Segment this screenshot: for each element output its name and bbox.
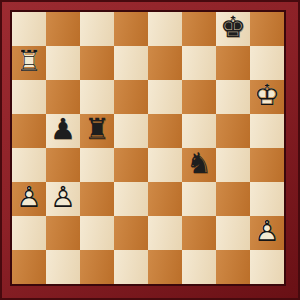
square-f2[interactable]: [182, 216, 216, 250]
square-c5[interactable]: ♜: [80, 114, 114, 148]
square-e7[interactable]: [148, 46, 182, 80]
square-f7[interactable]: [182, 46, 216, 80]
square-b7[interactable]: [46, 46, 80, 80]
square-c1[interactable]: [80, 250, 114, 284]
white-pawn-glyph-outline: ♙: [254, 217, 280, 246]
square-a1[interactable]: [12, 250, 46, 284]
square-b4[interactable]: [46, 148, 80, 182]
square-h2[interactable]: ♟♙: [250, 216, 284, 250]
white-rook[interactable]: ♜♖: [12, 46, 46, 80]
square-c3[interactable]: [80, 182, 114, 216]
white-king[interactable]: ♚♔: [250, 80, 284, 114]
square-h6[interactable]: ♚♔: [250, 80, 284, 114]
black-knight-glyph-fill: ♞: [186, 149, 212, 178]
square-d5[interactable]: [114, 114, 148, 148]
square-e8[interactable]: [148, 12, 182, 46]
square-e5[interactable]: [148, 114, 182, 148]
square-a8[interactable]: [12, 12, 46, 46]
square-g6[interactable]: [216, 80, 250, 114]
square-b8[interactable]: [46, 12, 80, 46]
square-f4[interactable]: ♞: [182, 148, 216, 182]
square-e3[interactable]: [148, 182, 182, 216]
white-pawn[interactable]: ♟♙: [46, 182, 80, 216]
square-c7[interactable]: [80, 46, 114, 80]
square-b6[interactable]: [46, 80, 80, 114]
square-g8[interactable]: ♚: [216, 12, 250, 46]
square-a5[interactable]: [12, 114, 46, 148]
square-e2[interactable]: [148, 216, 182, 250]
square-h3[interactable]: [250, 182, 284, 216]
square-h1[interactable]: [250, 250, 284, 284]
square-d1[interactable]: [114, 250, 148, 284]
square-e4[interactable]: [148, 148, 182, 182]
square-f3[interactable]: [182, 182, 216, 216]
square-g7[interactable]: [216, 46, 250, 80]
square-c8[interactable]: [80, 12, 114, 46]
chess-board: ♚♜♖♚♔♟♜♞♟♙♟♙♟♙: [10, 10, 286, 286]
square-a7[interactable]: ♜♖: [12, 46, 46, 80]
black-pawn[interactable]: ♟: [46, 114, 80, 148]
white-pawn-glyph-outline: ♙: [50, 183, 76, 212]
square-d6[interactable]: [114, 80, 148, 114]
square-d2[interactable]: [114, 216, 148, 250]
white-pawn[interactable]: ♟♙: [250, 216, 284, 250]
square-d3[interactable]: [114, 182, 148, 216]
square-d7[interactable]: [114, 46, 148, 80]
square-c4[interactable]: [80, 148, 114, 182]
square-g2[interactable]: [216, 216, 250, 250]
white-rook-glyph-outline: ♖: [16, 47, 42, 76]
square-h5[interactable]: [250, 114, 284, 148]
square-e1[interactable]: [148, 250, 182, 284]
square-b2[interactable]: [46, 216, 80, 250]
square-b1[interactable]: [46, 250, 80, 284]
black-knight[interactable]: ♞: [182, 148, 216, 182]
square-a3[interactable]: ♟♙: [12, 182, 46, 216]
square-h8[interactable]: [250, 12, 284, 46]
square-f1[interactable]: [182, 250, 216, 284]
white-pawn[interactable]: ♟♙: [12, 182, 46, 216]
square-c2[interactable]: [80, 216, 114, 250]
square-a2[interactable]: [12, 216, 46, 250]
square-b5[interactable]: ♟: [46, 114, 80, 148]
square-a6[interactable]: [12, 80, 46, 114]
white-king-glyph-outline: ♔: [254, 81, 280, 110]
square-h7[interactable]: [250, 46, 284, 80]
square-f8[interactable]: [182, 12, 216, 46]
board-frame: ♚♜♖♚♔♟♜♞♟♙♟♙♟♙: [0, 0, 300, 300]
square-d8[interactable]: [114, 12, 148, 46]
square-g3[interactable]: [216, 182, 250, 216]
white-pawn-glyph-outline: ♙: [16, 183, 42, 212]
square-g4[interactable]: [216, 148, 250, 182]
black-rook-glyph-fill: ♜: [84, 115, 110, 144]
square-d4[interactable]: [114, 148, 148, 182]
square-g1[interactable]: [216, 250, 250, 284]
black-rook[interactable]: ♜: [80, 114, 114, 148]
square-g5[interactable]: [216, 114, 250, 148]
square-h4[interactable]: [250, 148, 284, 182]
black-pawn-glyph-fill: ♟: [50, 115, 76, 144]
square-b3[interactable]: ♟♙: [46, 182, 80, 216]
square-f6[interactable]: [182, 80, 216, 114]
square-a4[interactable]: [12, 148, 46, 182]
square-f5[interactable]: [182, 114, 216, 148]
black-king-glyph-fill: ♚: [220, 13, 246, 42]
square-c6[interactable]: [80, 80, 114, 114]
square-e6[interactable]: [148, 80, 182, 114]
black-king[interactable]: ♚: [216, 12, 250, 46]
